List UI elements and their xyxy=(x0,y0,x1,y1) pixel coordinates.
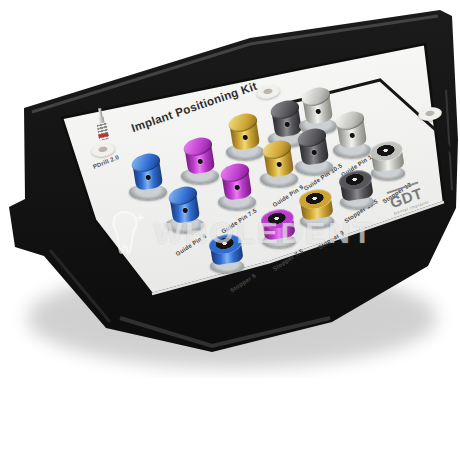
guide-pin-gold-back xyxy=(230,121,261,151)
pieces-layer xyxy=(0,0,460,460)
guide-pin-6 xyxy=(170,194,201,224)
product-photo: Implant Positioning Kit PDrill 2.0Guide … xyxy=(0,0,460,460)
guide-pin-gunmetal-back xyxy=(272,108,303,138)
guide-pin-7-5 xyxy=(222,171,253,201)
guide-pin-silver-back xyxy=(303,95,334,125)
guide-pin-purple-back xyxy=(185,145,216,175)
guide-pin-9 xyxy=(264,148,295,178)
guide-pin-10-5 xyxy=(299,136,330,166)
analog-grommet xyxy=(90,142,116,159)
guide-pin-blue-back xyxy=(133,161,164,191)
implant-analog-pdrill-2-0 xyxy=(93,107,110,144)
empty-grommet-top xyxy=(255,84,281,101)
guide-pin-12 xyxy=(337,119,368,149)
empty-grommet-right xyxy=(417,106,443,123)
